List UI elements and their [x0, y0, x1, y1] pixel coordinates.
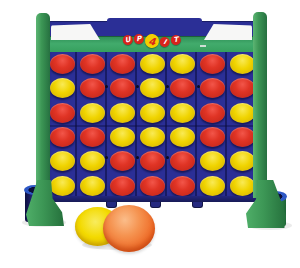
bolt-hole [166, 85, 169, 88]
disc-yellow [50, 151, 75, 171]
cell-r4c3[interactable] [107, 125, 137, 149]
disc-red [230, 127, 255, 147]
bolt-hole [197, 85, 200, 88]
disc-red [170, 151, 195, 171]
cell-r1c3[interactable] [107, 52, 137, 76]
release-slider-tab[interactable] [106, 201, 117, 208]
disc-yellow [140, 103, 165, 123]
bolt-hole [105, 156, 108, 159]
banner-white-cutout-left [51, 24, 100, 40]
disc-red [140, 151, 165, 171]
disc-yellow [80, 103, 105, 123]
disc-red [200, 127, 225, 147]
cell-r2c3[interactable] [107, 76, 137, 100]
cell-r1c6[interactable] [197, 52, 227, 76]
disc-yellow [230, 54, 255, 74]
disc-yellow [200, 151, 225, 171]
giant-connect-four-photo: UP4IT [0, 0, 300, 268]
cell-r3c5[interactable] [167, 101, 197, 125]
disc-yellow [170, 54, 195, 74]
disc-red [110, 54, 135, 74]
disc-red [80, 54, 105, 74]
cell-r3c4[interactable] [137, 101, 167, 125]
disc-red [230, 78, 255, 98]
board-top-rail [107, 18, 202, 26]
cell-r2c5[interactable] [167, 76, 197, 100]
up-4-it-logo: UP4IT [123, 34, 181, 48]
disc-red [50, 127, 75, 147]
cell-r3c1[interactable] [47, 101, 77, 125]
bolt-hole [136, 156, 139, 159]
cell-r3c2[interactable] [77, 101, 107, 125]
cell-r3c3[interactable] [107, 101, 137, 125]
cell-r4c4[interactable] [137, 125, 167, 149]
logo-tile-P: P [133, 34, 144, 45]
disc-yellow [80, 151, 105, 171]
disc-red [200, 54, 225, 74]
cell-r1c4[interactable] [137, 52, 167, 76]
panel-seam [47, 125, 257, 127]
cell-r5c1[interactable] [47, 149, 77, 173]
loose-disc-orange[interactable] [103, 205, 155, 252]
disc-red [170, 176, 195, 196]
disc-red [50, 54, 75, 74]
disc-red [170, 78, 195, 98]
disc-yellow [170, 127, 195, 147]
disc-yellow [230, 151, 255, 171]
disc-yellow [110, 103, 135, 123]
logo-tile-T: T [170, 34, 181, 45]
cell-r1c5[interactable] [167, 52, 197, 76]
disc-yellow [80, 176, 105, 196]
disc-yellow [140, 78, 165, 98]
disc-yellow [140, 127, 165, 147]
disc-red [110, 176, 135, 196]
disc-red [110, 151, 135, 171]
disc-red [110, 78, 135, 98]
cell-r3c6[interactable] [197, 101, 227, 125]
bolt-hole [105, 85, 108, 88]
logo-tile-U: U [122, 34, 134, 46]
left-support-post [36, 13, 50, 198]
disc-red [80, 127, 105, 147]
cell-r6c4[interactable] [137, 174, 167, 198]
cell-r1c2[interactable] [77, 52, 107, 76]
right-support-post [253, 12, 267, 198]
disc-yellow [140, 54, 165, 74]
cell-r6c3[interactable] [107, 174, 137, 198]
cell-r4c6[interactable] [197, 125, 227, 149]
cell-r6c5[interactable] [167, 174, 197, 198]
cell-r5c6[interactable] [197, 149, 227, 173]
board-bottom-rail [47, 196, 257, 202]
disc-yellow [170, 103, 195, 123]
cell-r6c6[interactable] [197, 174, 227, 198]
cell-r5c4[interactable] [137, 149, 167, 173]
cell-r1c1[interactable] [47, 52, 77, 76]
cell-r2c2[interactable] [77, 76, 107, 100]
cell-r2c6[interactable] [197, 76, 227, 100]
disc-yellow [50, 176, 75, 196]
connect-four-board: UP4IT [47, 21, 257, 202]
cell-r4c1[interactable] [47, 125, 77, 149]
disc-yellow [230, 103, 255, 123]
cell-r5c5[interactable] [167, 149, 197, 173]
bolt-hole [136, 85, 139, 88]
disc-yellow [200, 176, 225, 196]
release-slider-tab[interactable] [150, 201, 161, 208]
disc-yellow [110, 127, 135, 147]
disc-red [200, 78, 225, 98]
cell-r2c1[interactable] [47, 76, 77, 100]
release-slider-tab[interactable] [192, 201, 203, 208]
disc-yellow [230, 176, 255, 196]
cell-r2c4[interactable] [137, 76, 167, 100]
bolt-hole [166, 156, 169, 159]
disc-red [50, 103, 75, 123]
disc-red [200, 103, 225, 123]
cell-r5c2[interactable] [77, 149, 107, 173]
disc-red [140, 176, 165, 196]
logo-tile-I: I [159, 36, 171, 48]
cell-r5c3[interactable] [107, 149, 137, 173]
logo-tile-4: 4 [144, 33, 160, 49]
cell-r6c2[interactable] [77, 174, 107, 198]
banner-small-mark [200, 45, 206, 47]
cell-r4c2[interactable] [77, 125, 107, 149]
cell-r4c5[interactable] [167, 125, 197, 149]
banner-white-cutout-right [204, 24, 252, 40]
disc-yellow [50, 78, 75, 98]
disc-red [80, 78, 105, 98]
